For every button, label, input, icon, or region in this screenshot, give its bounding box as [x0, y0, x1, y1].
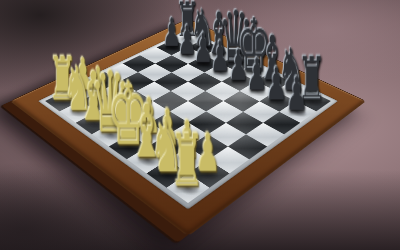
- chess-board: ♜♞♝♛♚♝♞♜♟♟♟♟♟♟♟♟♟♟♟♟♟♟♟♟♜♞♝♛♚♝♞♜: [10, 19, 366, 237]
- scene-background: ♜♞♝♛♚♝♞♜♟♟♟♟♟♟♟♟♟♟♟♟♟♟♟♟♜♞♝♛♚♝♞♜: [0, 0, 400, 250]
- piece-white-rook-h1[interactable]: ♜: [153, 125, 221, 197]
- board-grid: ♜♞♝♛♚♝♞♜♟♟♟♟♟♟♟♟♟♟♟♟♟♟♟♟♜♞♝♛♚♝♞♜: [45, 32, 331, 203]
- piece-black-pawn-h7[interactable]: ♟: [268, 71, 325, 117]
